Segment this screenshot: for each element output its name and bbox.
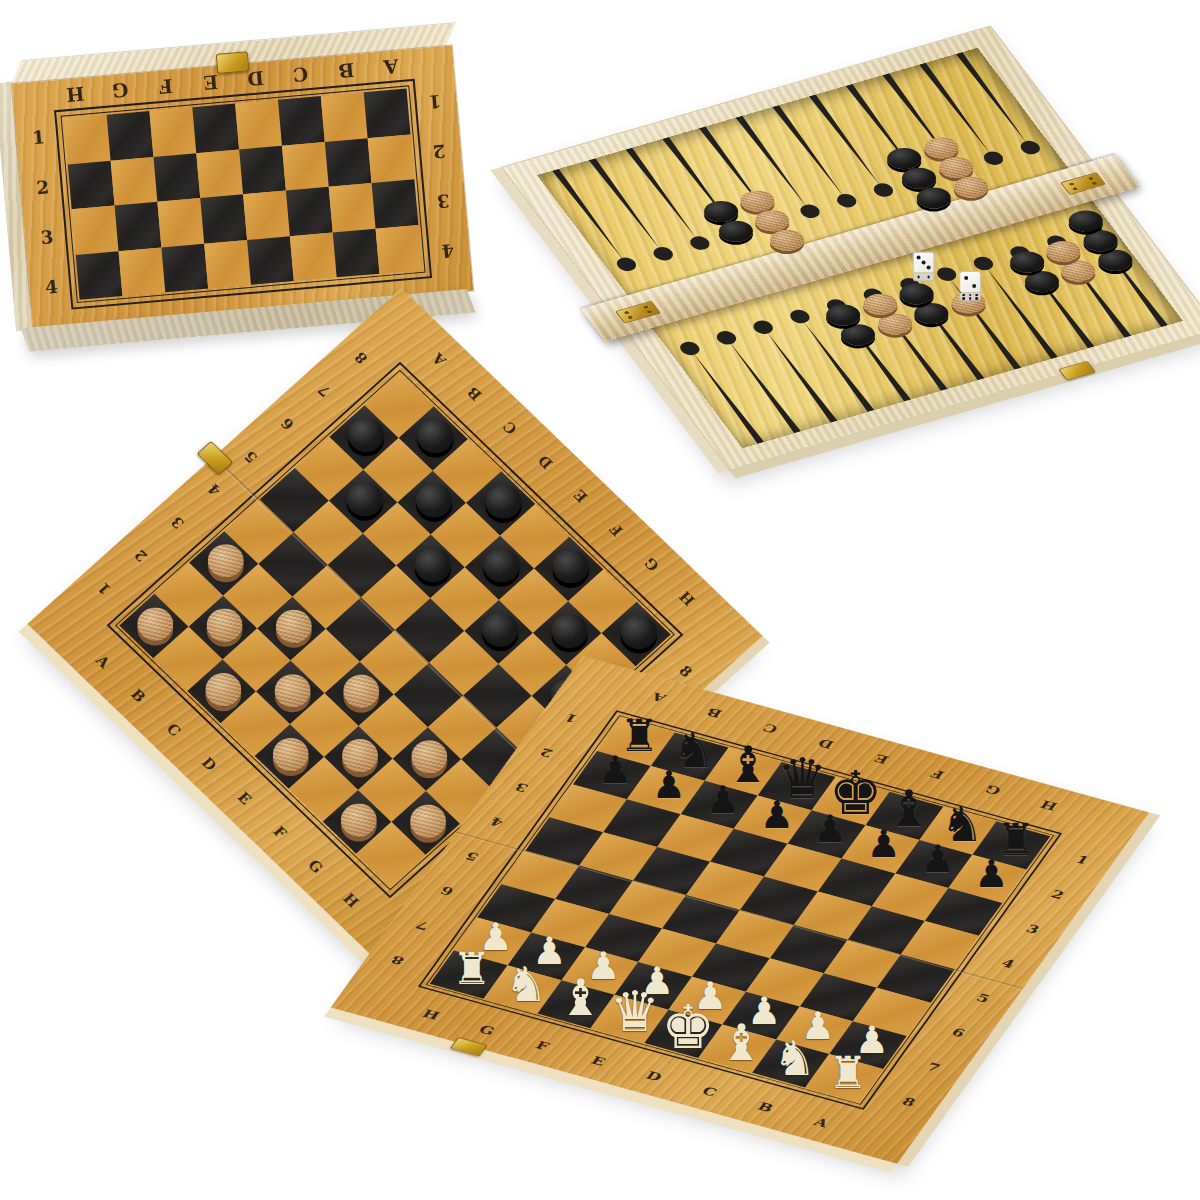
- black-pawn-piece: ♟: [920, 840, 954, 878]
- board-square: [372, 179, 419, 228]
- black-backgammon-checker: [902, 168, 936, 189]
- board-square: [247, 236, 294, 285]
- board-square: [235, 100, 282, 149]
- board-square: [278, 96, 325, 145]
- board-square: [149, 107, 196, 156]
- black-backgammon-checker: [841, 324, 875, 345]
- black-backgammon-checker: [900, 283, 934, 304]
- board-square: [286, 187, 333, 236]
- chess-board: ABCDEFGH HGFEDCBA 12345678 12345678 ♜♞♝♛…: [430, 600, 1050, 1200]
- board-square: [290, 232, 337, 281]
- black-checker: [348, 419, 384, 452]
- black-checker: [416, 484, 452, 517]
- tan-backgammon-checker: [924, 138, 958, 159]
- die-pip: [963, 297, 966, 300]
- tan-backgammon-checker: [863, 294, 897, 315]
- die-pip: [917, 256, 921, 260]
- black-backgammon-checker: [827, 305, 861, 326]
- white-bishop-piece: ♝: [719, 1017, 764, 1067]
- board-square: [376, 225, 423, 274]
- coordinate-label: 2: [25, 160, 61, 213]
- board-square: [243, 190, 290, 239]
- white-bishop-piece: ♝: [558, 973, 603, 1023]
- tan-backgammon-checker: [741, 191, 775, 212]
- tan-checker: [342, 739, 378, 772]
- chess-board-face: ABCDEFGH HGFEDCBA 12345678 12345678 ♜♞♝♛…: [331, 656, 1150, 1164]
- board-square: [333, 228, 380, 277]
- board-square: [192, 104, 239, 153]
- black-backgammon-checker: [1010, 252, 1044, 273]
- tan-checker: [206, 673, 242, 706]
- board-square: [368, 134, 415, 183]
- board-square: [157, 198, 204, 247]
- coordinate-label: F: [142, 71, 190, 103]
- die-pip: [917, 276, 920, 279]
- board-square: [64, 115, 111, 164]
- board-square: [364, 89, 411, 138]
- black-backgammon-checker: [915, 303, 949, 324]
- white-rook-piece: ♜: [453, 947, 492, 991]
- coordinate-label: 2: [421, 126, 457, 179]
- tan-checker: [138, 607, 174, 640]
- board-square: [115, 202, 162, 251]
- die-front-face: [913, 273, 935, 281]
- black-checker: [347, 483, 383, 516]
- black-pawn-piece: ♟: [706, 781, 740, 819]
- black-backgammon-checker: [1083, 230, 1117, 251]
- tan-checker: [274, 674, 310, 707]
- black-backgammon-checker: [719, 221, 753, 242]
- product-photo-scene: HGFEDCBA 1234 1234 ABCDEFGH ABCDEFGH: [0, 0, 1200, 1200]
- black-backgammon-checker: [1025, 271, 1059, 292]
- tan-checker: [208, 544, 244, 577]
- board-square: [321, 92, 368, 141]
- die-pip: [922, 260, 926, 264]
- black-pawn-piece: ♟: [974, 855, 1008, 893]
- tan-backgammon-checker: [939, 157, 973, 178]
- board-square: [161, 243, 208, 292]
- board-square: [119, 247, 166, 296]
- die-pip: [976, 297, 979, 300]
- tan-backgammon-checker: [878, 314, 912, 335]
- board-square: [282, 141, 329, 190]
- tan-backgammon-checker: [1047, 241, 1081, 262]
- board-square: [107, 111, 154, 160]
- die-pip: [963, 294, 966, 297]
- coordinate-label: A: [367, 51, 415, 83]
- black-pawn-piece: ♟: [652, 766, 686, 804]
- tan-backgammon-checker: [755, 210, 789, 231]
- tan-checker: [273, 738, 309, 771]
- tan-checker: [207, 609, 243, 642]
- die-pip: [964, 276, 968, 280]
- die-pip: [926, 265, 930, 269]
- black-checker: [417, 420, 453, 453]
- black-checker: [415, 548, 451, 581]
- black-backgammon-checker: [917, 187, 951, 208]
- board-square: [196, 149, 243, 198]
- board-square: [76, 251, 123, 300]
- board-square: [329, 183, 376, 232]
- black-backgammon-checker: [1069, 211, 1103, 232]
- black-checker: [485, 485, 521, 518]
- brass-clasp-icon: [1058, 361, 1095, 381]
- tan-backgammon-checker: [954, 177, 988, 198]
- die: [960, 271, 982, 301]
- white-rook-piece: ♜: [828, 1051, 867, 1095]
- coordinate-label: 3: [29, 210, 65, 263]
- coordinate-label: C: [277, 59, 325, 91]
- black-backgammon-checker: [704, 201, 738, 222]
- black-pawn-piece: ♟: [867, 825, 901, 863]
- black-checker: [553, 550, 589, 583]
- coordinate-label: 3: [425, 175, 461, 228]
- black-checker: [484, 549, 520, 582]
- die-pip: [927, 276, 930, 279]
- die-top-face: [960, 271, 982, 293]
- coordinate-label: 1: [20, 111, 56, 164]
- closed-box-checker-grid: [64, 89, 423, 300]
- board-square: [325, 138, 372, 187]
- black-pawn-piece: ♟: [598, 751, 632, 789]
- die-pip: [973, 285, 977, 289]
- coordinate-label: G: [97, 75, 145, 107]
- board-square: [72, 205, 119, 254]
- tan-checker: [343, 675, 379, 708]
- board-square: [204, 240, 251, 289]
- die-top-face: [913, 251, 935, 273]
- coordinate-label: B: [322, 55, 370, 87]
- closed-box-border: [54, 79, 432, 310]
- tan-backgammon-checker: [770, 230, 804, 251]
- die-pip: [969, 294, 972, 297]
- board-square: [239, 145, 286, 194]
- closed-box-chess-face: HGFEDCBA 1234 1234: [12, 45, 474, 329]
- black-backgammon-checker: [1098, 250, 1132, 271]
- board-square: [111, 156, 158, 205]
- coordinate-label: D: [232, 63, 280, 95]
- coordinate-label: 4: [430, 225, 466, 278]
- black-backgammon-checker: [888, 148, 922, 169]
- board-square: [68, 160, 115, 209]
- board-square: [153, 153, 200, 202]
- coordinate-label: E: [187, 67, 235, 99]
- tan-checker: [341, 803, 377, 836]
- tan-backgammon-checker: [1062, 261, 1096, 282]
- tan-checker: [276, 610, 312, 643]
- die-front-face: [960, 293, 982, 301]
- die-pip: [976, 294, 979, 297]
- white-knight-piece: ♞: [505, 959, 548, 1007]
- coordinate-label: 1: [417, 76, 453, 129]
- black-pawn-piece: ♟: [813, 810, 847, 848]
- die-pip: [969, 297, 972, 300]
- black-pawn-piece: ♟: [759, 796, 793, 834]
- coordinate-label: H: [52, 79, 100, 111]
- coordinate-label: 4: [33, 260, 69, 313]
- white-knight-piece: ♞: [773, 1034, 816, 1082]
- board-square: [200, 194, 247, 243]
- die: [913, 251, 935, 281]
- backgammon-board: [590, 0, 1130, 518]
